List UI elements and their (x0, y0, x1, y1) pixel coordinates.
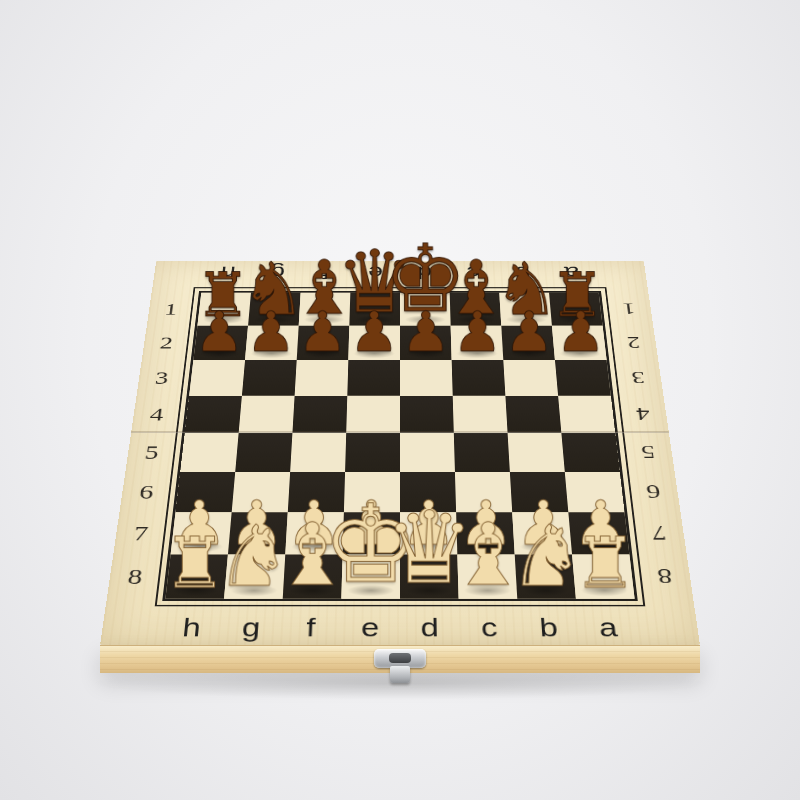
square-b2[interactable]: ♟ (501, 326, 555, 360)
metal-clasp-tab (390, 666, 410, 683)
square-c3[interactable] (452, 360, 506, 396)
rank-label-left-3: 3 (144, 369, 179, 387)
square-e5[interactable] (345, 433, 400, 472)
file-label-bottom-e: e (361, 615, 380, 641)
file-label-bottom-b: b (539, 615, 559, 641)
black-pawn-a2[interactable]: ♟ (556, 304, 605, 359)
chessboard: ♜♞♝♛♚♝♞♜♟♟♟♟♟♟♟♟♟♟♟♟♟♟♟♟♜♞♝♚♛♝♞♜ 1234567… (100, 261, 700, 645)
square-a2[interactable]: ♟ (552, 326, 607, 360)
square-d2[interactable]: ♟ (400, 326, 452, 360)
square-d4[interactable] (400, 396, 454, 433)
file-label-top-b: b (515, 264, 531, 281)
square-e2[interactable]: ♟ (348, 326, 400, 360)
square-e4[interactable] (346, 396, 400, 433)
file-label-bottom-d: d (421, 615, 440, 641)
square-g5[interactable] (235, 433, 292, 472)
square-b4[interactable] (505, 396, 561, 433)
square-b8[interactable]: ♞ (515, 555, 576, 599)
file-label-top-h: h (220, 264, 237, 281)
square-c4[interactable] (453, 396, 508, 433)
file-label-bottom-a: a (598, 615, 619, 641)
square-c5[interactable] (454, 433, 510, 472)
file-label-bottom-h: h (181, 615, 202, 641)
file-label-top-e: e (368, 264, 383, 281)
square-h3[interactable] (189, 360, 245, 396)
square-f4[interactable] (292, 396, 347, 433)
square-a5[interactable] (561, 433, 619, 472)
black-pawn-e2[interactable]: ♟ (349, 304, 398, 359)
square-a3[interactable] (555, 360, 611, 396)
file-label-bottom-c: c (481, 615, 498, 641)
square-f3[interactable] (295, 360, 349, 396)
chessboard-3d-wrapper: ♜♞♝♛♚♝♞♜♟♟♟♟♟♟♟♟♟♟♟♟♟♟♟♟♜♞♝♚♛♝♞♜ 1234567… (100, 261, 700, 645)
file-label-bottom-g: g (241, 615, 261, 641)
square-h2[interactable]: ♟ (193, 326, 248, 360)
file-label-top-a: a (563, 264, 580, 281)
rank-label-left-4: 4 (139, 405, 175, 424)
file-label-bottom-f: f (306, 615, 316, 641)
rank-label-left-1: 1 (154, 301, 188, 318)
rank-label-left-6: 6 (127, 482, 165, 502)
rank-label-left-8: 8 (115, 565, 155, 587)
square-g4[interactable] (239, 396, 295, 433)
square-a4[interactable] (558, 396, 615, 433)
rank-label-left-2: 2 (149, 334, 184, 351)
square-g3[interactable] (242, 360, 297, 396)
rank-label-right-5: 5 (630, 443, 667, 462)
black-pawn-h2[interactable]: ♟ (195, 304, 244, 359)
black-pawn-c2[interactable]: ♟ (453, 304, 502, 359)
file-label-top-c: c (467, 264, 481, 281)
rank-label-right-4: 4 (625, 405, 661, 424)
rank-label-right-7: 7 (640, 523, 679, 544)
square-h4[interactable] (185, 396, 242, 433)
square-a8[interactable]: ♜ (572, 555, 635, 599)
square-f5[interactable] (290, 433, 346, 472)
square-f2[interactable]: ♟ (297, 326, 350, 360)
square-c2[interactable]: ♟ (451, 326, 504, 360)
square-b3[interactable] (503, 360, 558, 396)
square-g2[interactable]: ♟ (245, 326, 299, 360)
rank-label-left-7: 7 (121, 523, 160, 544)
fold-seam (131, 431, 669, 433)
file-label-top-d: d (417, 264, 432, 281)
file-label-top-g: g (269, 264, 285, 281)
rank-label-right-6: 6 (635, 482, 673, 502)
black-pawn-d2[interactable]: ♟ (401, 304, 450, 359)
rank-label-right-1: 1 (612, 301, 646, 318)
rank-label-left-5: 5 (133, 443, 170, 462)
black-pawn-f2[interactable]: ♟ (298, 304, 347, 359)
rank-label-right-2: 2 (616, 334, 651, 351)
square-b5[interactable] (508, 433, 565, 472)
metal-clasp-slot (389, 653, 411, 663)
black-pawn-b2[interactable]: ♟ (504, 304, 553, 359)
white-rook-a8[interactable]: ♜ (574, 528, 637, 598)
file-label-top-f: f (322, 264, 330, 281)
rank-label-right-3: 3 (621, 369, 656, 387)
rank-label-right-8: 8 (645, 565, 685, 587)
square-h5[interactable] (180, 433, 238, 472)
squares-grid: ♜♞♝♛♚♝♞♜♟♟♟♟♟♟♟♟♟♟♟♟♟♟♟♟♜♞♝♚♛♝♞♜ (165, 293, 634, 599)
square-e3[interactable] (347, 360, 400, 396)
black-pawn-g2[interactable]: ♟ (246, 304, 295, 359)
square-d3[interactable] (400, 360, 453, 396)
photo-backdrop: ♜♞♝♛♚♝♞♜♟♟♟♟♟♟♟♟♟♟♟♟♟♟♟♟♜♞♝♚♛♝♞♜ 1234567… (0, 0, 800, 800)
square-d5[interactable] (400, 433, 455, 472)
